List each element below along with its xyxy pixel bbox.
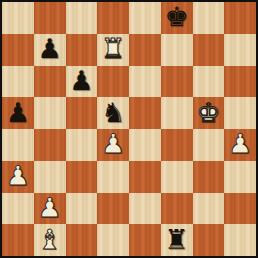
square-h6[interactable] [224,66,256,98]
square-g6[interactable] [193,66,225,98]
square-a2[interactable] [2,193,34,225]
square-b8[interactable] [34,2,66,34]
square-g1[interactable] [193,224,225,256]
square-d1[interactable] [97,224,129,256]
black-knight[interactable]: ♞ [101,99,125,126]
square-a1[interactable] [2,224,34,256]
square-d8[interactable] [97,2,129,34]
square-h1[interactable] [224,224,256,256]
square-h7[interactable] [224,34,256,66]
square-g5[interactable]: ♚ [193,97,225,129]
square-d3[interactable] [97,161,129,193]
square-f5[interactable] [161,97,193,129]
square-c2[interactable] [66,193,98,225]
square-d7[interactable]: ♜ [97,34,129,66]
square-f8[interactable]: ♚ [161,2,193,34]
square-a5[interactable]: ♟ [2,97,34,129]
square-f2[interactable] [161,193,193,225]
square-e6[interactable] [129,66,161,98]
square-h3[interactable] [224,161,256,193]
square-d6[interactable] [97,66,129,98]
black-pawn[interactable]: ♟ [38,35,62,62]
square-b1[interactable]: ♝ [34,224,66,256]
square-e4[interactable] [129,129,161,161]
square-d2[interactable] [97,193,129,225]
square-d4[interactable]: ♟ [97,129,129,161]
white-pawn[interactable]: ♟ [38,194,62,221]
square-b5[interactable] [34,97,66,129]
square-c3[interactable] [66,161,98,193]
square-g4[interactable] [193,129,225,161]
black-king[interactable]: ♚ [165,3,189,30]
black-pawn[interactable]: ♟ [69,67,93,94]
square-b4[interactable] [34,129,66,161]
square-f3[interactable] [161,161,193,193]
square-a4[interactable] [2,129,34,161]
square-f7[interactable] [161,34,193,66]
square-e8[interactable] [129,2,161,34]
chess-board-frame: ♚♟♜♟♟♞♚♟♟♟♟♝♜ [0,0,258,258]
white-pawn[interactable]: ♟ [101,130,125,157]
square-e2[interactable] [129,193,161,225]
square-g2[interactable] [193,193,225,225]
square-c6[interactable]: ♟ [66,66,98,98]
square-e1[interactable] [129,224,161,256]
square-c4[interactable] [66,129,98,161]
square-b7[interactable]: ♟ [34,34,66,66]
square-f6[interactable] [161,66,193,98]
square-g3[interactable] [193,161,225,193]
square-a8[interactable] [2,2,34,34]
black-rook[interactable]: ♜ [165,226,189,253]
square-h4[interactable]: ♟ [224,129,256,161]
square-d5[interactable]: ♞ [97,97,129,129]
square-b6[interactable] [34,66,66,98]
square-a3[interactable]: ♟ [2,161,34,193]
white-bishop[interactable]: ♝ [38,226,62,253]
square-a6[interactable] [2,66,34,98]
square-h5[interactable] [224,97,256,129]
square-a7[interactable] [2,34,34,66]
square-c7[interactable] [66,34,98,66]
square-c5[interactable] [66,97,98,129]
square-b3[interactable] [34,161,66,193]
black-pawn[interactable]: ♟ [6,99,30,126]
square-h8[interactable] [224,2,256,34]
square-e7[interactable] [129,34,161,66]
square-f4[interactable] [161,129,193,161]
white-rook[interactable]: ♜ [101,35,125,62]
square-h2[interactable] [224,193,256,225]
square-g7[interactable] [193,34,225,66]
white-pawn[interactable]: ♟ [6,162,30,189]
square-e3[interactable] [129,161,161,193]
chess-board: ♚♟♜♟♟♞♚♟♟♟♟♝♜ [2,2,256,256]
square-b2[interactable]: ♟ [34,193,66,225]
square-c8[interactable] [66,2,98,34]
square-c1[interactable] [66,224,98,256]
white-king[interactable]: ♚ [196,99,220,126]
white-pawn[interactable]: ♟ [228,130,252,157]
square-g8[interactable] [193,2,225,34]
square-f1[interactable]: ♜ [161,224,193,256]
square-e5[interactable] [129,97,161,129]
